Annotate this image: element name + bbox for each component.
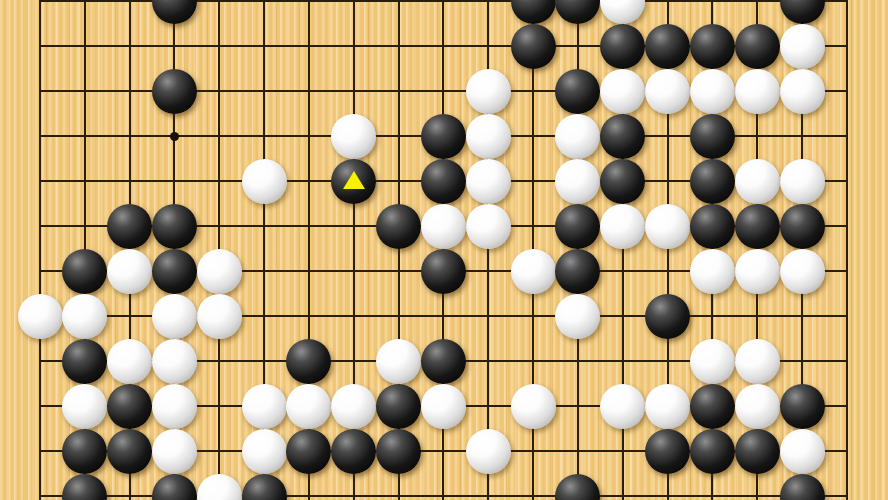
white-stone [18, 294, 63, 339]
black-stone [690, 429, 735, 474]
grid-line-vertical [39, 0, 41, 500]
white-stone [331, 114, 376, 159]
black-stone [690, 24, 735, 69]
black-stone [555, 474, 600, 500]
black-stone [107, 204, 152, 249]
black-stone [555, 0, 600, 24]
white-stone [690, 69, 735, 114]
black-stone [376, 384, 421, 429]
black-stone [107, 384, 152, 429]
black-stone [780, 474, 825, 500]
white-stone [152, 339, 197, 384]
black-stone [600, 24, 645, 69]
white-stone [735, 384, 780, 429]
white-stone [197, 249, 242, 294]
white-stone [555, 294, 600, 339]
white-stone [780, 69, 825, 114]
white-stone [286, 384, 331, 429]
black-stone [421, 249, 466, 294]
black-stone [421, 159, 466, 204]
black-stone [107, 429, 152, 474]
black-stone [735, 429, 780, 474]
white-stone [600, 69, 645, 114]
white-stone [555, 114, 600, 159]
white-stone [152, 384, 197, 429]
white-stone [466, 69, 511, 114]
black-stone [600, 159, 645, 204]
white-stone [107, 339, 152, 384]
black-stone [242, 474, 287, 500]
black-stone [555, 69, 600, 114]
white-stone [421, 204, 466, 249]
black-stone [62, 429, 107, 474]
white-stone [242, 429, 287, 474]
white-stone [152, 294, 197, 339]
white-stone [600, 384, 645, 429]
white-stone [62, 294, 107, 339]
white-stone [600, 0, 645, 24]
white-stone [555, 159, 600, 204]
white-stone [466, 159, 511, 204]
black-stone [376, 429, 421, 474]
black-stone [331, 429, 376, 474]
black-stone [421, 114, 466, 159]
black-stone [555, 204, 600, 249]
white-stone [62, 384, 107, 429]
black-stone [286, 429, 331, 474]
white-stone [600, 204, 645, 249]
black-stone [600, 114, 645, 159]
go-board[interactable] [0, 0, 888, 500]
white-stone [376, 339, 421, 384]
white-stone [242, 159, 287, 204]
black-stone [690, 114, 735, 159]
white-stone [511, 384, 556, 429]
white-stone [780, 159, 825, 204]
black-stone [62, 339, 107, 384]
last-move-marker [343, 171, 365, 189]
black-stone [421, 339, 466, 384]
black-stone [152, 204, 197, 249]
white-stone [466, 429, 511, 474]
white-stone [466, 114, 511, 159]
black-stone [780, 204, 825, 249]
black-stone [645, 24, 690, 69]
white-stone [645, 384, 690, 429]
star-point [170, 132, 179, 141]
white-stone [735, 249, 780, 294]
go-game-screenshot [0, 0, 888, 500]
white-stone [780, 429, 825, 474]
black-stone [735, 204, 780, 249]
black-stone [780, 384, 825, 429]
white-stone [331, 384, 376, 429]
black-stone [152, 0, 197, 24]
white-stone [735, 69, 780, 114]
black-stone [555, 249, 600, 294]
white-stone [197, 294, 242, 339]
black-stone [690, 204, 735, 249]
black-stone [152, 249, 197, 294]
black-stone [511, 0, 556, 24]
white-stone [690, 339, 735, 384]
black-stone [735, 24, 780, 69]
white-stone [242, 384, 287, 429]
black-stone [62, 249, 107, 294]
white-stone [735, 339, 780, 384]
white-stone [690, 249, 735, 294]
white-stone [511, 249, 556, 294]
black-stone [645, 294, 690, 339]
white-stone [466, 204, 511, 249]
black-stone [690, 384, 735, 429]
white-stone [645, 69, 690, 114]
black-stone [152, 474, 197, 500]
black-stone [511, 24, 556, 69]
grid-line-vertical [846, 0, 848, 500]
black-stone [780, 0, 825, 24]
white-stone [645, 204, 690, 249]
white-stone [735, 159, 780, 204]
white-stone [197, 474, 242, 500]
black-stone [376, 204, 421, 249]
black-stone [62, 474, 107, 500]
black-stone [690, 159, 735, 204]
white-stone [780, 24, 825, 69]
white-stone [421, 384, 466, 429]
white-stone [780, 249, 825, 294]
black-stone [152, 69, 197, 114]
white-stone [152, 429, 197, 474]
black-stone [286, 339, 331, 384]
black-stone [645, 429, 690, 474]
white-stone [107, 249, 152, 294]
